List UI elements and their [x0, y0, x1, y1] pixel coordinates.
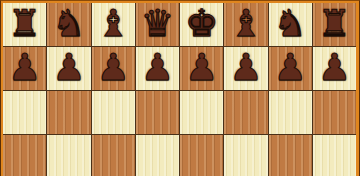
- black-rook[interactable]: ♜: [8, 5, 41, 42]
- square-b6[interactable]: [47, 91, 90, 134]
- square-c7[interactable]: ♟: [92, 47, 135, 90]
- black-pawn[interactable]: ♟: [97, 49, 130, 86]
- square-a7[interactable]: ♟: [3, 47, 46, 90]
- black-bishop[interactable]: ♝: [229, 5, 262, 42]
- square-f6[interactable]: [224, 91, 267, 134]
- square-e5[interactable]: [180, 135, 223, 176]
- square-e8[interactable]: ♚: [180, 3, 223, 46]
- square-b7[interactable]: ♟: [47, 47, 90, 90]
- square-e6[interactable]: [180, 91, 223, 134]
- black-bishop[interactable]: ♝: [97, 5, 130, 42]
- square-f7[interactable]: ♟: [224, 47, 267, 90]
- square-a8[interactable]: ♜: [3, 3, 46, 46]
- square-b5[interactable]: [47, 135, 90, 176]
- square-d6[interactable]: [136, 91, 179, 134]
- chess-board-frame: ♜♞♝♛♚♝♞♜♟♟♟♟♟♟♟♟: [0, 0, 360, 176]
- square-d8[interactable]: ♛: [136, 3, 179, 46]
- black-pawn[interactable]: ♟: [229, 49, 262, 86]
- square-c8[interactable]: ♝: [92, 3, 135, 46]
- square-b8[interactable]: ♞: [47, 3, 90, 46]
- square-d5[interactable]: [136, 135, 179, 176]
- square-h8[interactable]: ♜: [313, 3, 356, 46]
- black-pawn[interactable]: ♟: [318, 49, 351, 86]
- square-h5[interactable]: [313, 135, 356, 176]
- black-knight[interactable]: ♞: [52, 5, 85, 42]
- black-queen[interactable]: ♛: [141, 5, 174, 42]
- black-king[interactable]: ♚: [185, 5, 218, 42]
- black-knight[interactable]: ♞: [274, 5, 307, 42]
- black-pawn[interactable]: ♟: [274, 49, 307, 86]
- black-pawn[interactable]: ♟: [52, 49, 85, 86]
- chess-board: ♜♞♝♛♚♝♞♜♟♟♟♟♟♟♟♟: [3, 3, 356, 176]
- square-g7[interactable]: ♟: [269, 47, 312, 90]
- square-f5[interactable]: [224, 135, 267, 176]
- square-a6[interactable]: [3, 91, 46, 134]
- black-rook[interactable]: ♜: [318, 5, 351, 42]
- square-c5[interactable]: [92, 135, 135, 176]
- square-g5[interactable]: [269, 135, 312, 176]
- square-a5[interactable]: [3, 135, 46, 176]
- square-c6[interactable]: [92, 91, 135, 134]
- black-pawn[interactable]: ♟: [8, 49, 41, 86]
- square-e7[interactable]: ♟: [180, 47, 223, 90]
- square-h7[interactable]: ♟: [313, 47, 356, 90]
- square-g6[interactable]: [269, 91, 312, 134]
- black-pawn[interactable]: ♟: [185, 49, 218, 86]
- square-d7[interactable]: ♟: [136, 47, 179, 90]
- square-f8[interactable]: ♝: [224, 3, 267, 46]
- square-g8[interactable]: ♞: [269, 3, 312, 46]
- black-pawn[interactable]: ♟: [141, 49, 174, 86]
- square-h6[interactable]: [313, 91, 356, 134]
